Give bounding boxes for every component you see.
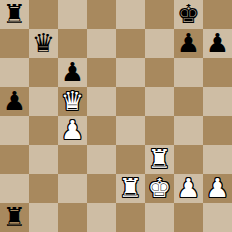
square-h2[interactable]: ♟ [203,174,232,203]
white-rook[interactable]: ♜ [148,146,171,172]
square-h6[interactable] [203,58,232,87]
square-d5[interactable] [87,87,116,116]
square-b7[interactable]: ♛ [29,29,58,58]
black-pawn[interactable]: ♟ [61,59,84,85]
square-c7[interactable] [58,29,87,58]
square-g1[interactable] [174,203,203,232]
square-g6[interactable] [174,58,203,87]
square-f1[interactable] [145,203,174,232]
square-d8[interactable] [87,0,116,29]
square-f7[interactable] [145,29,174,58]
square-g2[interactable]: ♟ [174,174,203,203]
square-h8[interactable] [203,0,232,29]
square-b5[interactable] [29,87,58,116]
square-c3[interactable] [58,145,87,174]
black-king[interactable]: ♚ [177,1,200,27]
square-h4[interactable] [203,116,232,145]
square-f8[interactable] [145,0,174,29]
square-c2[interactable] [58,174,87,203]
square-e2[interactable]: ♜ [116,174,145,203]
square-f3[interactable]: ♜ [145,145,174,174]
square-d4[interactable] [87,116,116,145]
white-pawn[interactable]: ♟ [206,175,229,201]
square-b4[interactable] [29,116,58,145]
square-c6[interactable]: ♟ [58,58,87,87]
square-b6[interactable] [29,58,58,87]
square-e1[interactable] [116,203,145,232]
square-a3[interactable] [0,145,29,174]
square-d7[interactable] [87,29,116,58]
square-c1[interactable] [58,203,87,232]
square-g4[interactable] [174,116,203,145]
square-d3[interactable] [87,145,116,174]
square-e8[interactable] [116,0,145,29]
square-a6[interactable] [0,58,29,87]
square-h1[interactable] [203,203,232,232]
white-rook[interactable]: ♜ [119,175,142,201]
square-e6[interactable] [116,58,145,87]
square-f5[interactable] [145,87,174,116]
square-d1[interactable] [87,203,116,232]
square-b2[interactable] [29,174,58,203]
square-c4[interactable]: ♟ [58,116,87,145]
square-a8[interactable]: ♜ [0,0,29,29]
black-pawn[interactable]: ♟ [206,30,229,56]
white-queen[interactable]: ♛ [61,88,84,114]
square-c5[interactable]: ♛ [58,87,87,116]
square-e3[interactable] [116,145,145,174]
black-pawn[interactable]: ♟ [3,88,26,114]
square-h3[interactable] [203,145,232,174]
white-pawn[interactable]: ♟ [177,175,200,201]
square-e4[interactable] [116,116,145,145]
square-a2[interactable] [0,174,29,203]
square-f6[interactable] [145,58,174,87]
square-g5[interactable] [174,87,203,116]
square-f4[interactable] [145,116,174,145]
square-g8[interactable]: ♚ [174,0,203,29]
white-pawn[interactable]: ♟ [61,117,84,143]
square-a1[interactable]: ♜ [0,203,29,232]
chess-board: ♜♚♛♟♟♟♟♛♟♜♜♚♟♟♜ [0,0,232,232]
square-d6[interactable] [87,58,116,87]
square-d2[interactable] [87,174,116,203]
square-a5[interactable]: ♟ [0,87,29,116]
black-rook[interactable]: ♜ [3,204,26,230]
square-a7[interactable] [0,29,29,58]
square-a4[interactable] [0,116,29,145]
black-pawn[interactable]: ♟ [177,30,200,56]
square-e7[interactable] [116,29,145,58]
square-e5[interactable] [116,87,145,116]
square-f2[interactable]: ♚ [145,174,174,203]
square-g7[interactable]: ♟ [174,29,203,58]
square-h7[interactable]: ♟ [203,29,232,58]
square-h5[interactable] [203,87,232,116]
square-c8[interactable] [58,0,87,29]
black-queen[interactable]: ♛ [32,30,55,56]
square-b3[interactable] [29,145,58,174]
square-g3[interactable] [174,145,203,174]
square-b1[interactable] [29,203,58,232]
white-king[interactable]: ♚ [148,175,171,201]
black-rook[interactable]: ♜ [3,1,26,27]
square-b8[interactable] [29,0,58,29]
